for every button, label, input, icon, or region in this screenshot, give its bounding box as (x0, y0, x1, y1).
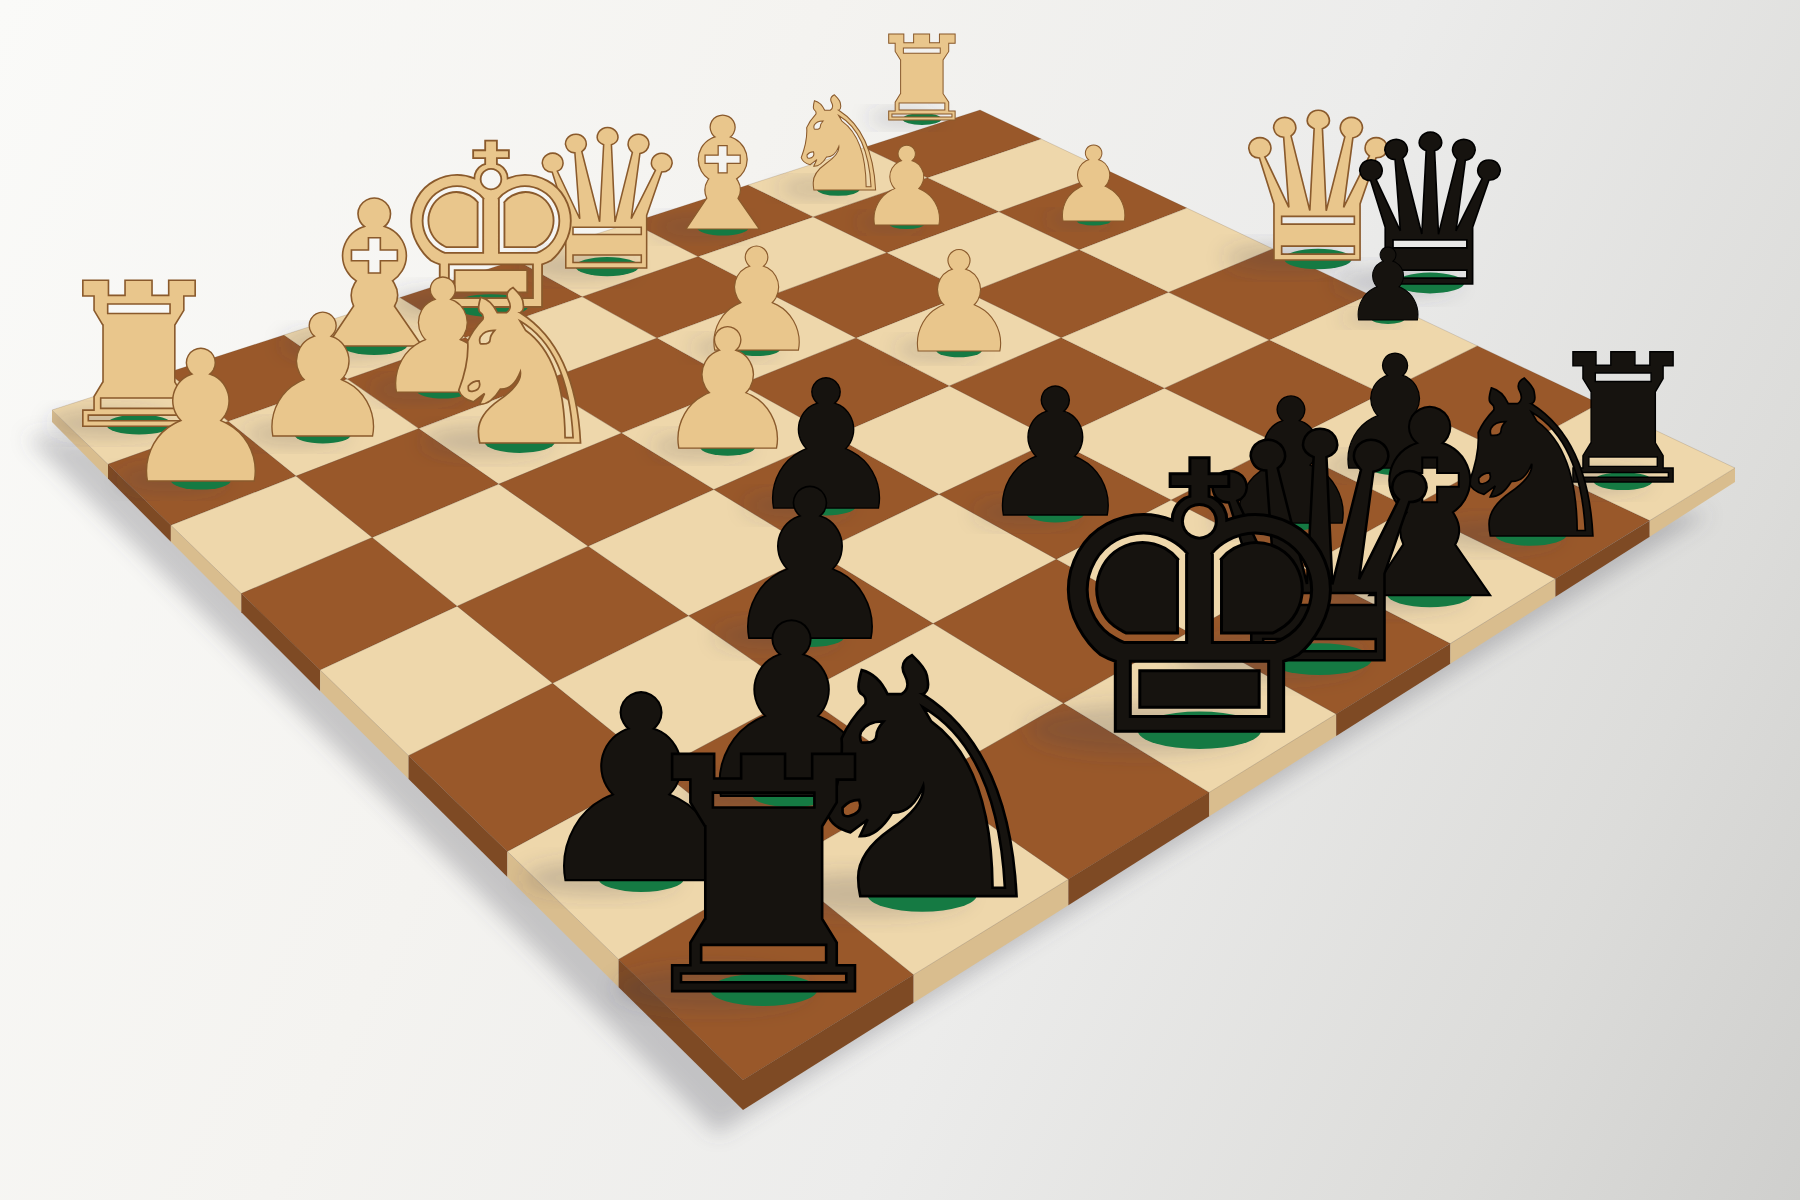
black-king-glyph: ♚ (1032, 384, 1368, 819)
white-pawn-glyph: ♟ (119, 312, 282, 524)
white-pawn-glyph: ♟ (1047, 124, 1140, 246)
white-knight-f3[interactable]: ♞ (422, 245, 615, 493)
black-rook-glyph: ♜ (618, 690, 909, 1068)
chessboard: ♜♞♟♟♝♛♛♛♚♟♝♟♟♟♜♟♞♟♟♟♜♟♟♟♞♝♟♛♚♟♟♞♜ (0, 0, 1800, 1200)
white-pawn-a3[interactable]: ♟ (1046, 124, 1141, 246)
chess-photo-stage: ♜♞♟♟♝♛♛♛♚♟♝♟♟♟♜♟♞♟♟♟♜♟♟♟♞♝♟♛♚♟♟♞♜ (0, 0, 1800, 1200)
white-pawn-h2[interactable]: ♟ (117, 312, 282, 524)
black-rook-h8[interactable]: ♜ (614, 690, 909, 1068)
white-knight-glyph: ♞ (424, 245, 615, 493)
black-king-e8[interactable]: ♚ (1027, 384, 1367, 819)
